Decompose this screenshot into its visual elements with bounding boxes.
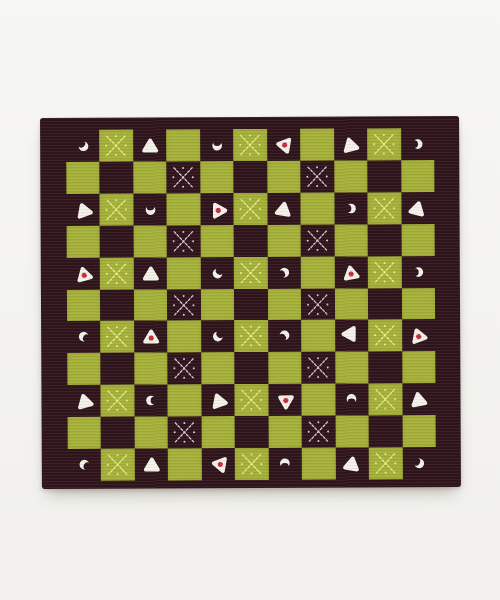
board-cell [335, 320, 369, 352]
board-cell [67, 353, 101, 385]
crescent-motif [273, 324, 297, 348]
umeboshi-onigiri-motif [204, 196, 230, 222]
cross-stitch-motif [103, 322, 133, 352]
onigiri-motif [341, 453, 363, 475]
board-cell [368, 256, 402, 288]
board-cell [267, 129, 301, 161]
board-cell [235, 448, 269, 480]
board-cell [66, 130, 100, 162]
cross-stitch-motif [169, 162, 199, 192]
cross-stitch-motif [102, 194, 132, 224]
board-cell [335, 384, 369, 416]
board-cell [302, 448, 336, 480]
board-cell [335, 447, 369, 479]
board-cell [68, 417, 102, 449]
product-photo [0, 0, 500, 600]
board-cell [301, 288, 335, 320]
board-cell [201, 257, 235, 289]
crescent-motif [72, 326, 95, 349]
crescent-motif [410, 263, 427, 280]
umeboshi-onigiri-motif [272, 387, 298, 413]
board-cell [268, 320, 302, 352]
board-cell [135, 449, 169, 481]
board-cell [234, 320, 268, 352]
umeboshi-onigiri-motif [141, 327, 160, 346]
board-cell [300, 129, 334, 161]
board-cell [201, 321, 235, 353]
cross-stitch-motif [369, 129, 399, 159]
board-cell [100, 130, 134, 162]
cross-stitch-motif [302, 161, 332, 191]
checkerboard-cloth [40, 116, 461, 489]
board-cell [101, 353, 135, 385]
board-cell [201, 352, 235, 384]
board-cell [201, 416, 235, 448]
crescent-motif [407, 452, 430, 475]
board-cell [101, 321, 135, 353]
cross-stitch-motif [371, 384, 401, 414]
board-cell [100, 162, 134, 194]
board-cell [168, 353, 202, 385]
board-cell [133, 161, 167, 193]
board-cell [302, 416, 336, 448]
board-cell [202, 448, 236, 480]
board-cell [100, 225, 134, 257]
onigiri-motif [206, 388, 230, 412]
board-cell [301, 224, 335, 256]
board-cell [100, 193, 134, 225]
crescent-motif [142, 201, 159, 218]
board-cell [234, 288, 268, 320]
board-cell [369, 415, 403, 447]
board-cell [67, 289, 101, 321]
board-cell [369, 447, 403, 479]
cross-stitch-motif [169, 290, 199, 320]
board-cell [134, 353, 168, 385]
board-cell [200, 161, 234, 193]
board-cell [166, 129, 200, 161]
onigiri-motif [71, 197, 95, 221]
crescent-motif [208, 137, 225, 154]
board-cell [401, 192, 435, 224]
umeboshi-onigiri-motif [72, 262, 95, 285]
board-cell [168, 416, 202, 448]
onigiri-motif [273, 198, 295, 220]
board-cell [367, 128, 401, 160]
umeboshi-onigiri-motif [340, 261, 362, 283]
board-cell [67, 257, 101, 289]
umeboshi-onigiri-motif [406, 323, 430, 347]
board-cell [134, 289, 168, 321]
board-cell [134, 321, 168, 353]
board-cell [67, 321, 101, 353]
board-cell [66, 194, 100, 226]
board-cell [101, 385, 135, 417]
cross-stitch-motif [170, 417, 200, 447]
cross-stitch-motif [235, 130, 265, 160]
board-cell [234, 257, 268, 289]
board-cell [335, 352, 369, 384]
cross-stitch-motif [370, 257, 400, 287]
crescent-motif [409, 136, 426, 153]
board-cell [267, 224, 301, 256]
board-cell [334, 128, 368, 160]
cross-stitch-motif [304, 417, 334, 447]
crescent-motif [205, 261, 229, 285]
board-cell [401, 224, 435, 256]
board-cell [167, 193, 201, 225]
board-cell [402, 415, 436, 447]
board-cell [200, 225, 234, 257]
cross-stitch-motif [170, 354, 200, 384]
board-cell [401, 128, 435, 160]
crescent-motif [143, 392, 160, 409]
board-cell [167, 257, 201, 289]
board-cell [134, 385, 168, 417]
umeboshi-onigiri-motif [207, 453, 229, 475]
onigiri-motif [339, 323, 365, 349]
board-cell [68, 449, 102, 481]
cross-stitch-motif [237, 449, 267, 479]
cross-stitch-motif [236, 321, 266, 351]
board-cell [301, 256, 335, 288]
board-cell [100, 289, 134, 321]
cross-stitch-motif [237, 385, 267, 415]
board-grid [66, 128, 436, 481]
crescent-motif [206, 325, 230, 349]
board-cell [368, 224, 402, 256]
board-cell [133, 193, 167, 225]
board-cell [334, 192, 368, 224]
board-cell [101, 449, 135, 481]
board-cell [368, 192, 402, 224]
board-cell [335, 416, 369, 448]
board-cell [301, 192, 335, 224]
onigiri-motif [339, 133, 362, 156]
board-cell [235, 416, 269, 448]
board-cell [168, 448, 202, 480]
cross-stitch-motif [102, 131, 132, 161]
crescent-motif [73, 453, 96, 476]
cross-stitch-motif [303, 225, 333, 255]
onigiri-motif [73, 389, 96, 412]
cross-stitch-motif [236, 194, 266, 224]
onigiri-motif [406, 196, 429, 219]
board-cell [335, 288, 369, 320]
board-cell [167, 321, 201, 353]
board-cell [369, 383, 403, 415]
board-cell [268, 448, 302, 480]
board-cell [168, 385, 202, 417]
board-cell [234, 161, 268, 193]
crescent-motif [71, 134, 95, 158]
board-cell [267, 161, 301, 193]
board-cell [334, 160, 368, 192]
board-cell [200, 129, 234, 161]
board-cell [268, 352, 302, 384]
board-cell [268, 384, 302, 416]
cross-stitch-motif [303, 353, 333, 383]
board-cell [101, 417, 135, 449]
board-cell [301, 320, 335, 352]
board-cell [100, 257, 134, 289]
board-cell [334, 256, 368, 288]
onigiri-motif [408, 388, 430, 410]
board-cell [368, 352, 402, 384]
board-cell [368, 288, 402, 320]
cross-stitch-motif [169, 226, 199, 256]
board-cell [402, 447, 436, 479]
board-cell [301, 352, 335, 384]
board-cell [268, 288, 302, 320]
board-cell [135, 417, 169, 449]
board-cell [167, 161, 201, 193]
board-cell [201, 289, 235, 321]
board-cell [67, 385, 101, 417]
onigiri-motif [141, 264, 160, 283]
board-cell [234, 225, 268, 257]
board-cell [134, 257, 168, 289]
board-cell [66, 162, 100, 194]
umeboshi-onigiri-motif [273, 134, 295, 156]
board-cell [233, 129, 267, 161]
board-cell [300, 160, 334, 192]
cross-stitch-motif [102, 258, 132, 288]
board-cell [302, 384, 336, 416]
board-cell [133, 129, 167, 161]
board-cell [368, 320, 402, 352]
crescent-motif [273, 261, 296, 284]
onigiri-motif [142, 455, 161, 474]
board-cell [267, 256, 301, 288]
board-cell [200, 193, 234, 225]
cross-stitch-motif [103, 386, 133, 416]
board-cell [167, 289, 201, 321]
cross-stitch-motif [236, 258, 266, 288]
crescent-motif [343, 391, 360, 408]
board-cell [402, 351, 436, 383]
crescent-motif [277, 455, 294, 472]
board-cell [235, 352, 269, 384]
cross-stitch-motif [370, 193, 400, 223]
board-cell [134, 225, 168, 257]
board-cell [268, 416, 302, 448]
onigiri-motif [140, 136, 159, 155]
board-cell [334, 224, 368, 256]
board-cell [402, 319, 436, 351]
board-cell [67, 226, 101, 258]
cross-stitch-motif [303, 289, 333, 319]
board-cell [402, 383, 436, 415]
cross-stitch-motif [103, 450, 133, 480]
cross-stitch-motif [370, 321, 400, 351]
board-cell [367, 160, 401, 192]
cross-stitch-motif [371, 448, 401, 478]
board-cell [267, 193, 301, 225]
board-cell [401, 160, 435, 192]
board-cell [401, 288, 435, 320]
board-cell [167, 225, 201, 257]
crescent-motif [342, 200, 359, 217]
board-cell [201, 384, 235, 416]
board-cell [234, 193, 268, 225]
board-cell [235, 384, 269, 416]
board-cell [401, 256, 435, 288]
